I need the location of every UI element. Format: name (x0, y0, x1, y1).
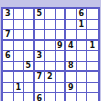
cell-r6c6[interactable] (56, 62, 67, 73)
cell-r8c8[interactable] (77, 83, 88, 94)
cell-r4c5[interactable] (45, 41, 56, 52)
cell-r4c7: 4 (66, 41, 77, 52)
cell-r2c6[interactable] (56, 20, 67, 31)
cell-r8c3[interactable] (24, 83, 35, 94)
cell-r5c4: 3 (35, 51, 46, 62)
cell-r1c2[interactable] (14, 9, 25, 20)
cell-r3c8[interactable] (77, 30, 88, 41)
cell-r1c6[interactable] (56, 9, 67, 20)
cell-r5c8[interactable] (77, 51, 88, 62)
cell-r1c4: 5 (35, 9, 46, 20)
sudoku-board-wrapper: 35617941635872196 (0, 0, 101, 101)
cell-r8c9[interactable] (87, 83, 98, 94)
cell-r5c9[interactable] (87, 51, 98, 62)
cell-r7c6[interactable] (56, 72, 67, 83)
cell-r6c2[interactable] (14, 62, 25, 73)
cell-r8c1[interactable] (3, 83, 14, 94)
cell-r2c3[interactable] (24, 20, 35, 31)
cell-r3c4[interactable] (35, 30, 46, 41)
cell-r3c1: 7 (3, 30, 14, 41)
cell-r8c2: 1 (14, 83, 25, 94)
cell-r8c7: 9 (66, 83, 77, 94)
cell-r2c9[interactable] (87, 20, 98, 31)
cell-r3c6[interactable] (56, 30, 67, 41)
cell-r5c6[interactable] (56, 51, 67, 62)
cell-r1c8: 6 (77, 9, 88, 20)
cell-r4c2[interactable] (14, 41, 25, 52)
cell-r9c9[interactable] (87, 93, 98, 101)
cell-r2c2[interactable] (14, 20, 25, 31)
cell-r4c3[interactable] (24, 41, 35, 52)
cell-r1c3[interactable] (24, 9, 35, 20)
cell-r3c3[interactable] (24, 30, 35, 41)
cell-r5c1: 6 (3, 51, 14, 62)
cell-r3c9[interactable] (87, 30, 98, 41)
cell-r1c5[interactable] (45, 9, 56, 20)
cell-r1c1: 3 (3, 9, 14, 20)
cell-r1c9[interactable] (87, 9, 98, 20)
cell-r4c9: 1 (87, 41, 98, 52)
cell-r9c4: 6 (35, 93, 46, 101)
cell-r9c1[interactable] (3, 93, 14, 101)
cell-r8c4[interactable] (35, 83, 46, 94)
cell-r9c3[interactable] (24, 93, 35, 101)
cell-r6c3: 5 (24, 62, 35, 73)
cell-r7c7[interactable] (66, 72, 77, 83)
cell-r7c3[interactable] (24, 72, 35, 83)
cell-r1c7[interactable] (66, 9, 77, 20)
cell-r2c8: 1 (77, 20, 88, 31)
cell-r2c4[interactable] (35, 20, 46, 31)
cell-r7c4: 7 (35, 72, 46, 83)
cell-r6c8[interactable] (77, 62, 88, 73)
cell-r7c5: 2 (45, 72, 56, 83)
cell-r4c6: 9 (56, 41, 67, 52)
cell-r2c1[interactable] (3, 20, 14, 31)
cell-r6c7: 8 (66, 62, 77, 73)
cell-r9c6[interactable] (56, 93, 67, 101)
sudoku-board: 35617941635872196 (1, 7, 100, 101)
cell-r7c9[interactable] (87, 72, 98, 83)
cell-r7c2[interactable] (14, 72, 25, 83)
cell-r8c5[interactable] (45, 83, 56, 94)
cell-r9c8[interactable] (77, 93, 88, 101)
cell-r5c2[interactable] (14, 51, 25, 62)
cell-r4c8[interactable] (77, 41, 88, 52)
cell-r6c9[interactable] (87, 62, 98, 73)
cell-r9c5[interactable] (45, 93, 56, 101)
cell-r6c4[interactable] (35, 62, 46, 73)
cell-r3c2[interactable] (14, 30, 25, 41)
cell-r9c7[interactable] (66, 93, 77, 101)
cell-r2c7[interactable] (66, 20, 77, 31)
cell-r6c1[interactable] (3, 62, 14, 73)
cell-r3c7[interactable] (66, 30, 77, 41)
cell-r4c4[interactable] (35, 41, 46, 52)
cell-r8c6[interactable] (56, 83, 67, 94)
cell-r4c1[interactable] (3, 41, 14, 52)
cell-r7c1[interactable] (3, 72, 14, 83)
cell-r5c5[interactable] (45, 51, 56, 62)
cell-r2c5[interactable] (45, 20, 56, 31)
cell-r7c8[interactable] (77, 72, 88, 83)
cell-r6c5[interactable] (45, 62, 56, 73)
cell-r9c2[interactable] (14, 93, 25, 101)
cell-r3c5[interactable] (45, 30, 56, 41)
